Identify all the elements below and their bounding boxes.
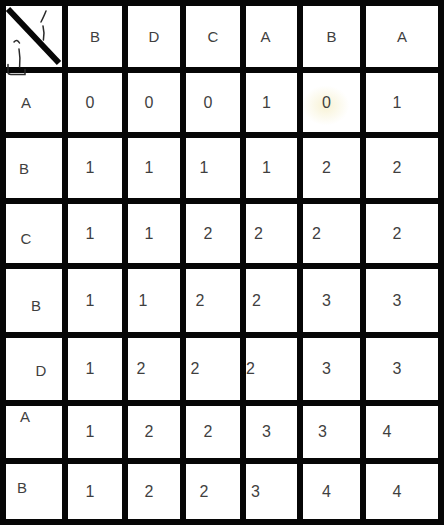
dp-value-cell-text: 1 <box>139 293 148 309</box>
dp-value-cell: 3 <box>366 269 438 332</box>
dp-value-cell: 1 <box>128 204 180 263</box>
row-header-cell-text: D <box>36 363 47 378</box>
dp-value-cell-text: 2 <box>137 361 146 377</box>
column-header-cell-text: D <box>149 29 160 44</box>
dp-value-cell-text: 3 <box>393 361 402 377</box>
dp-value-cell-text: 2 <box>204 424 213 440</box>
dp-value-cell: 1 <box>68 338 122 400</box>
column-header-cell: D <box>128 6 180 67</box>
dp-value-cell-text: 2 <box>145 424 154 440</box>
dp-value-cell-text: 0 <box>145 95 154 111</box>
dp-value-cell-text: 2 <box>322 160 331 176</box>
dp-value-cell-text: 4 <box>383 424 392 440</box>
dp-value-cell-text: 1 <box>86 293 95 309</box>
row-header-cell-text: A <box>20 409 30 424</box>
dp-value-cell-text: 1 <box>262 160 271 176</box>
dp-value-cell-text: 3 <box>322 361 331 377</box>
dp-value-cell-text: 2 <box>254 226 263 242</box>
dp-value-cell: 3 <box>303 269 360 332</box>
dp-value-cell: 3 <box>246 406 297 458</box>
column-header-cell: A <box>246 6 297 67</box>
row-header-cell: C <box>6 204 62 263</box>
row-header-cell-text: C <box>21 231 32 246</box>
dp-value-cell: 1 <box>366 73 438 132</box>
dp-value-cell: 3 <box>303 406 360 458</box>
dp-value-cell: 2 <box>128 464 180 519</box>
dp-value-cell: 2 <box>246 204 297 263</box>
dp-value-cell-text: 2 <box>312 226 321 242</box>
row-header-cell: B <box>6 464 62 519</box>
diagonal-slash-icon <box>6 6 62 67</box>
row-header-cell: D <box>6 338 62 400</box>
column-header-cell-text: C <box>208 29 219 44</box>
dp-value-cell-text: 1 <box>145 160 154 176</box>
dp-value-cell-text: 2 <box>204 226 213 242</box>
row-header-cell-text: B <box>17 480 27 495</box>
dp-value-cell: 2 <box>303 204 360 263</box>
row-header-cell: B <box>6 269 62 332</box>
dp-value-cell: 1 <box>68 464 122 519</box>
dp-value-cell-text: 1 <box>86 361 95 377</box>
column-header-cell: A <box>366 6 438 67</box>
dp-value-cell-text: 0 <box>204 95 213 111</box>
dp-value-cell-text: 3 <box>318 424 327 440</box>
dp-value-cell: 1 <box>128 269 180 332</box>
row-header-cell: B <box>6 138 62 198</box>
dp-value-cell: 2 <box>186 269 240 332</box>
dp-value-cell: 2 <box>186 464 240 519</box>
dp-value-cell: 2 <box>128 406 180 458</box>
dp-value-cell-text: 1 <box>86 484 95 500</box>
dp-value-cell-text: 2 <box>145 484 154 500</box>
dp-value-cell: 1 <box>68 406 122 458</box>
dp-value-cell: 1 <box>246 138 297 198</box>
dp-value-cell-text: 0 <box>322 95 331 111</box>
corner-cell <box>6 6 62 67</box>
dp-value-cell: 3 <box>246 464 297 519</box>
dp-value-cell: 1 <box>128 138 180 198</box>
column-header-cell: B <box>303 6 360 67</box>
dp-value-cell-text: 1 <box>86 424 95 440</box>
dp-value-cell-text: 1 <box>262 95 271 111</box>
row-header-cell: A <box>6 406 62 458</box>
dp-value-cell-text: 3 <box>393 293 402 309</box>
dp-value-cell-text: 2 <box>393 226 402 242</box>
column-header-cell-text: A <box>260 29 270 44</box>
dp-value-cell: 4 <box>366 464 438 519</box>
dp-value-cell: 0 <box>68 73 122 132</box>
dp-value-cell: 0 <box>303 73 360 132</box>
dp-value-cell: 2 <box>303 138 360 198</box>
dp-value-cell-text: 4 <box>393 484 402 500</box>
dp-value-cell-text: 1 <box>200 160 209 176</box>
dp-value-cell: 4 <box>366 406 438 458</box>
dp-value-cell: 1 <box>68 269 122 332</box>
column-header-cell-text: B <box>326 29 336 44</box>
dp-value-cell-text: 1 <box>86 226 95 242</box>
dp-value-cell-text: 2 <box>191 361 200 377</box>
dp-value-cell: 2 <box>186 204 240 263</box>
dp-value-cell-text: 1 <box>393 95 402 111</box>
dp-value-cell: 3 <box>366 338 438 400</box>
column-header-cell: C <box>186 6 240 67</box>
dp-value-cell: 2 <box>366 204 438 263</box>
dp-value-cell-text: 4 <box>322 484 331 500</box>
dp-value-cell-text: 2 <box>246 361 255 377</box>
column-header-cell-text: B <box>90 29 100 44</box>
dp-value-cell: 2 <box>186 338 240 400</box>
dp-value-cell-text: 2 <box>393 160 402 176</box>
column-header-cell: B <box>68 6 122 67</box>
row-header-cell-text: A <box>21 95 31 110</box>
dp-value-cell: 0 <box>186 73 240 132</box>
dp-value-cell-text: 2 <box>200 484 209 500</box>
dp-value-cell: 1 <box>68 138 122 198</box>
row-header-cell: A <box>6 73 62 132</box>
dp-value-cell-text: 3 <box>262 424 271 440</box>
dp-value-cell: 2 <box>128 338 180 400</box>
dp-value-cell: 1 <box>68 204 122 263</box>
dp-value-cell: 1 <box>186 138 240 198</box>
dp-value-cell: 0 <box>128 73 180 132</box>
dp-value-cell: 2 <box>366 138 438 198</box>
dp-value-cell: 1 <box>246 73 297 132</box>
dp-value-cell-text: 1 <box>145 226 154 242</box>
dp-value-cell-text: 3 <box>322 293 331 309</box>
dp-value-cell: 4 <box>303 464 360 519</box>
row-header-cell-text: B <box>31 298 41 313</box>
dp-value-cell-text: 2 <box>196 293 205 309</box>
dp-value-cell: 2 <box>186 406 240 458</box>
dp-value-cell-text: 3 <box>251 484 260 500</box>
row-header-cell-text: B <box>19 161 29 176</box>
column-header-cell-text: A <box>397 29 407 44</box>
dp-value-cell: 2 <box>246 269 297 332</box>
lcs-dp-table: BDCABAA000101B111122C112222B112233D12223… <box>0 0 444 525</box>
dp-value-cell-text: 2 <box>252 293 261 309</box>
dp-value-cell-text: 1 <box>86 160 95 176</box>
dp-value-cell: 2 <box>246 338 297 400</box>
dp-value-cell: 3 <box>303 338 360 400</box>
dp-value-cell-text: 0 <box>86 95 95 111</box>
